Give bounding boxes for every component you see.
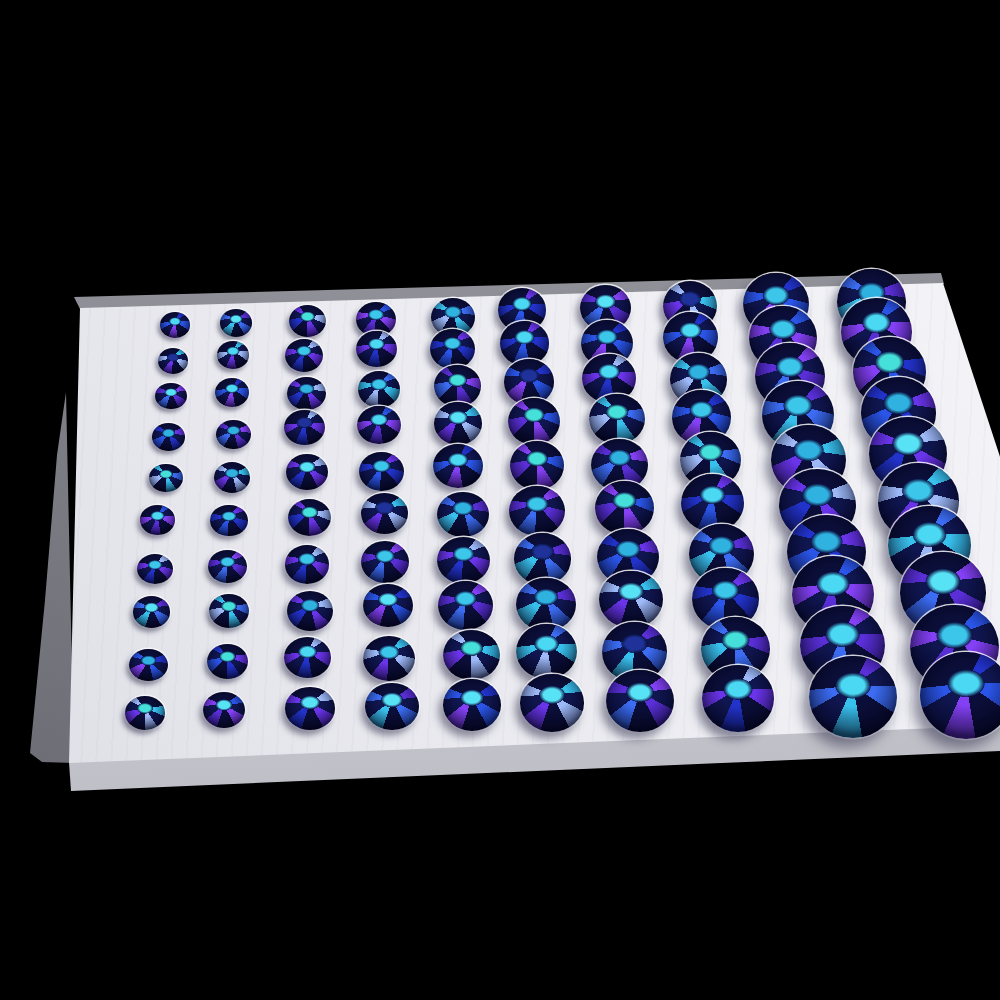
rhinestone-gem <box>508 398 560 445</box>
rhinestone-gem <box>606 670 674 732</box>
rhinestone-gem <box>209 594 249 628</box>
rhinestone-gem <box>158 348 189 374</box>
rhinestone-gem <box>357 406 401 444</box>
rhinestone-gem <box>125 696 165 730</box>
rhinestone-grid <box>0 0 1000 1000</box>
rhinestone-gem <box>358 371 400 408</box>
rhinestone-gem <box>595 481 655 535</box>
rhinestone-gem <box>286 454 328 490</box>
rhinestone-gem <box>599 571 663 629</box>
rhinestone-gem <box>207 644 248 679</box>
rhinestone-gem <box>510 441 564 490</box>
rhinestone-gem <box>920 652 1000 739</box>
rhinestone-gem <box>363 584 413 628</box>
rhinestone-gem <box>681 474 744 532</box>
product-photo <box>0 0 1000 1000</box>
rhinestone-gem <box>217 341 250 369</box>
rhinestone-gem <box>443 679 502 731</box>
rhinestone-gem <box>285 687 334 730</box>
rhinestone-gem <box>288 499 331 536</box>
rhinestone-gem <box>285 545 330 584</box>
rhinestone-gem <box>365 683 418 730</box>
rhinestone-gem <box>589 394 645 445</box>
rhinestone-gem <box>289 305 326 337</box>
rhinestone-gem <box>140 505 175 534</box>
rhinestone-gem <box>220 309 252 336</box>
rhinestone-gem <box>203 692 246 728</box>
rhinestone-gem <box>520 674 584 732</box>
rhinestone-gem <box>430 329 475 369</box>
rhinestone-gem <box>437 492 488 538</box>
rhinestone-gem <box>137 554 173 584</box>
rhinestone-gem <box>210 505 247 537</box>
rhinestone-gem <box>359 452 404 492</box>
rhinestone-gem <box>443 630 500 680</box>
rhinestone-gem <box>361 541 409 583</box>
rhinestone-gem <box>434 402 482 445</box>
rhinestone-gem <box>287 591 333 631</box>
rhinestone-gem <box>284 410 324 445</box>
rhinestone-gem <box>129 649 168 681</box>
rhinestone-gem <box>363 636 415 681</box>
rhinestone-gem <box>155 383 187 410</box>
rhinestone-gem <box>809 656 897 738</box>
rhinestone-gem <box>284 637 332 678</box>
rhinestone-gem <box>356 331 397 367</box>
rhinestone-gem <box>149 464 183 493</box>
rhinestone-gem <box>516 624 578 680</box>
rhinestone-gem <box>509 486 565 536</box>
rhinestone-gem <box>434 365 481 406</box>
rhinestone-gem <box>437 537 490 584</box>
rhinestone-gem <box>160 312 190 337</box>
rhinestone-gem <box>285 339 323 372</box>
rhinestone-gem <box>152 423 185 451</box>
rhinestone-gem <box>438 581 493 630</box>
rhinestone-gem <box>216 420 251 450</box>
rhinestone-gem <box>361 493 408 534</box>
rhinestone-gem <box>433 444 483 488</box>
rhinestone-gem <box>702 665 774 731</box>
rhinestone-gem <box>215 378 249 407</box>
rhinestone-gem <box>214 462 250 493</box>
rhinestone-gem <box>133 596 170 627</box>
rhinestone-gem <box>208 550 247 583</box>
rhinestone-gem <box>287 377 326 411</box>
